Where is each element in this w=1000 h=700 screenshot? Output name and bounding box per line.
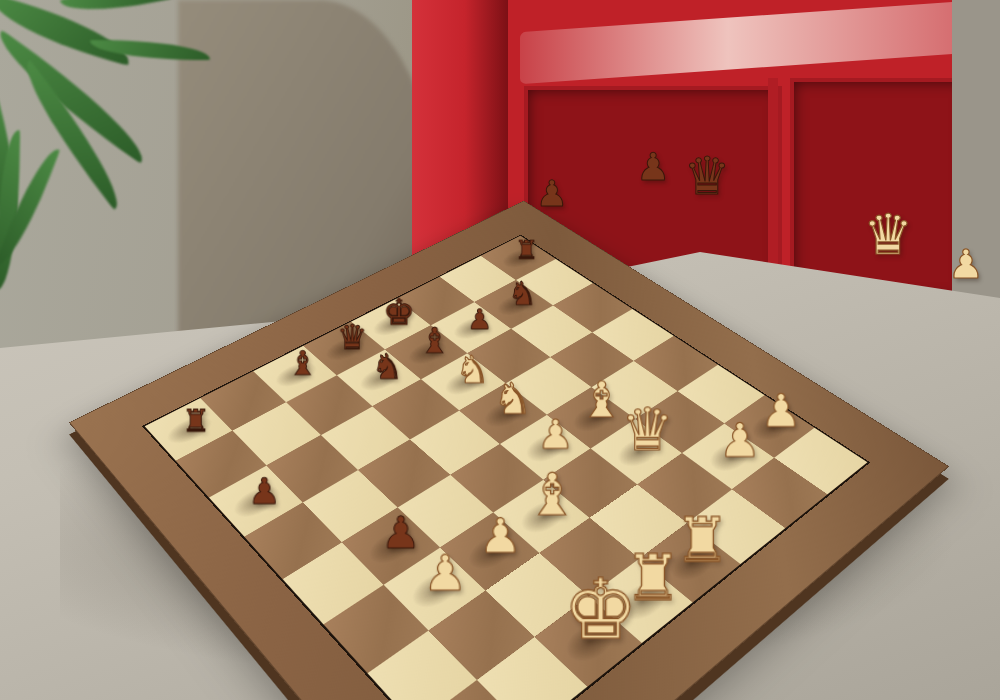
black-knight-g7[interactable]: ♞ <box>508 278 537 310</box>
offboard-white-queen[interactable]: ♛ <box>863 207 913 263</box>
chessboard: ♜♝♛♚♜♞♝♟♞♟♞♞♟♟♝♟♟♝♛♟♟♚♜♜ <box>69 201 950 700</box>
board-scene: ♜♝♛♚♜♞♝♟♞♟♞♞♟♟♝♟♟♝♛♟♟♚♜♜ <box>0 0 1000 700</box>
black-rook-h8[interactable]: ♜ <box>515 237 538 263</box>
offboard-black-pawn[interactable]: ♟ <box>636 148 670 186</box>
white-pawn-h2[interactable]: ♟ <box>761 388 802 434</box>
black-king-e8[interactable]: ♚ <box>383 294 415 330</box>
white-king-c1[interactable]: ♚ <box>563 568 638 651</box>
black-queen-d8[interactable]: ♛ <box>337 321 367 355</box>
black-pawn-f7[interactable]: ♟ <box>467 306 492 334</box>
black-pawn-b4[interactable]: ♟ <box>381 511 421 555</box>
white-queen-f3[interactable]: ♛ <box>621 400 674 459</box>
white-pawn-g2[interactable]: ♟ <box>719 417 761 464</box>
white-bishop-f4[interactable]: ♝ <box>580 376 624 425</box>
black-pawn-a6[interactable]: ♟ <box>248 473 280 509</box>
black-bishop-c8[interactable]: ♝ <box>288 348 318 381</box>
white-knight-e5[interactable]: ♞ <box>494 378 533 421</box>
white-rook-e1[interactable]: ♜ <box>675 510 730 572</box>
white-pawn-e4[interactable]: ♟ <box>538 414 574 454</box>
offboard-white-pawn[interactable]: ♟ <box>948 244 984 284</box>
photo-scene: { "game": "chess", "scene_description": … <box>0 0 1000 700</box>
board-frame: ♜♝♛♚♜♞♝♟♞♟♞♞♟♟♝♟♟♝♛♟♟♚♜♜ <box>69 201 950 700</box>
black-bishop-e7[interactable]: ♝ <box>419 323 450 358</box>
white-pawn-b3[interactable]: ♟ <box>423 549 467 598</box>
black-rook-a8[interactable]: ♜ <box>182 406 210 437</box>
black-knight-d7[interactable]: ♞ <box>372 350 403 385</box>
offboard-black-queen[interactable]: ♛ <box>684 150 731 202</box>
white-pawn-c3[interactable]: ♟ <box>479 513 522 561</box>
square-h1[interactable] <box>774 428 867 494</box>
white-knight-e6[interactable]: ♞ <box>456 351 490 389</box>
white-bishop-d3[interactable]: ♝ <box>527 467 579 525</box>
offboard-black-pawn[interactable]: ♟ <box>536 176 568 212</box>
square-g1[interactable] <box>732 458 828 528</box>
